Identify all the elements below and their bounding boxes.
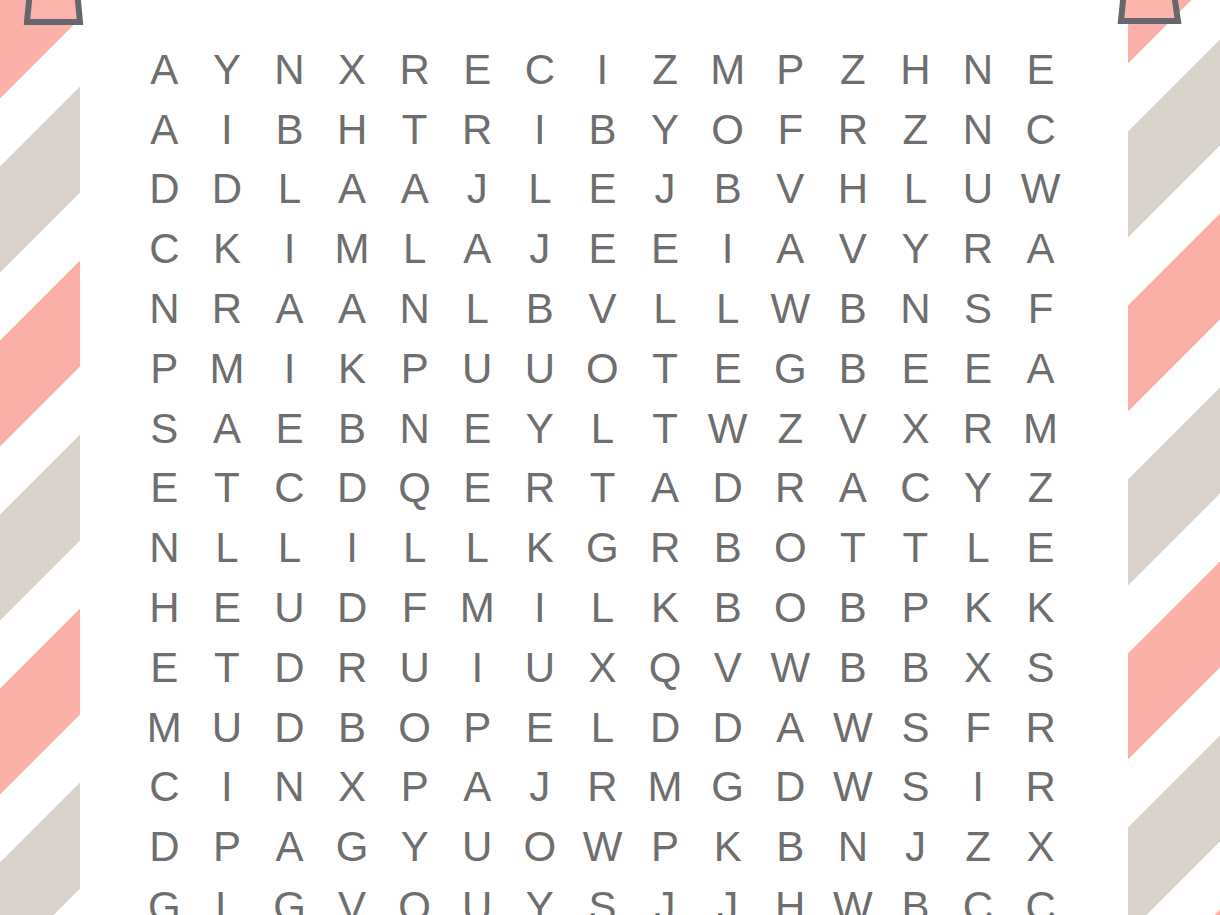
- grid-cell[interactable]: X: [321, 758, 384, 818]
- grid-cell[interactable]: T: [634, 399, 697, 459]
- grid-cell[interactable]: L: [571, 399, 634, 459]
- right-pennant-icon: [1112, 0, 1186, 30]
- grid-cell[interactable]: C: [258, 459, 321, 519]
- grid-cell[interactable]: S: [947, 279, 1010, 339]
- grid-cell[interactable]: D: [133, 160, 196, 220]
- grid-cell[interactable]: K: [196, 219, 259, 279]
- grid-cell[interactable]: N: [947, 40, 1010, 100]
- grid-cell[interactable]: B: [321, 698, 384, 758]
- grid-cell[interactable]: K: [321, 339, 384, 399]
- grid-cell[interactable]: P: [196, 817, 259, 877]
- grid-cell[interactable]: V: [321, 877, 384, 915]
- grid-cell[interactable]: J: [634, 160, 697, 220]
- grid-cell[interactable]: B: [696, 578, 759, 638]
- grid-cell[interactable]: A: [133, 40, 196, 100]
- grid-cell[interactable]: E: [196, 578, 259, 638]
- grid-cell[interactable]: F: [947, 698, 1010, 758]
- grid-cell[interactable]: W: [1009, 160, 1072, 220]
- grid-cell[interactable]: P: [884, 578, 947, 638]
- grid-cell[interactable]: L: [383, 219, 446, 279]
- grid-cell[interactable]: N: [133, 518, 196, 578]
- grid-cell[interactable]: G: [571, 518, 634, 578]
- grid-cell[interactable]: B: [258, 100, 321, 160]
- grid-cell[interactable]: Z: [1009, 459, 1072, 519]
- grid-cell[interactable]: L: [383, 518, 446, 578]
- grid-cell[interactable]: L: [446, 279, 509, 339]
- grid-cell[interactable]: R: [759, 459, 822, 519]
- grid-cell[interactable]: O: [696, 100, 759, 160]
- grid-cell[interactable]: Y: [634, 100, 697, 160]
- grid-cell[interactable]: A: [321, 160, 384, 220]
- grid-cell[interactable]: H: [884, 40, 947, 100]
- grid-cell[interactable]: J: [634, 877, 697, 915]
- grid-cell[interactable]: Y: [196, 40, 259, 100]
- grid-cell[interactable]: Q: [634, 638, 697, 698]
- grid-cell[interactable]: E: [133, 638, 196, 698]
- grid-cell[interactable]: C: [1009, 100, 1072, 160]
- grid-cell[interactable]: U: [258, 578, 321, 638]
- grid-cell[interactable]: A: [759, 219, 822, 279]
- grid-cell[interactable]: R: [383, 40, 446, 100]
- grid-cell[interactable]: I: [509, 578, 572, 638]
- grid-cell[interactable]: G: [321, 817, 384, 877]
- grid-cell[interactable]: Y: [509, 399, 572, 459]
- grid-cell[interactable]: F: [1009, 279, 1072, 339]
- grid-cell[interactable]: D: [258, 638, 321, 698]
- grid-cell[interactable]: L: [571, 698, 634, 758]
- grid-cell[interactable]: E: [509, 698, 572, 758]
- grid-cell[interactable]: H: [133, 578, 196, 638]
- grid-cell[interactable]: U: [509, 339, 572, 399]
- grid-cell[interactable]: S: [884, 698, 947, 758]
- grid-cell[interactable]: M: [133, 698, 196, 758]
- grid-cell[interactable]: A: [1009, 219, 1072, 279]
- grid-cell[interactable]: L: [509, 160, 572, 220]
- grid-cell[interactable]: U: [947, 160, 1010, 220]
- grid-cell[interactable]: B: [571, 100, 634, 160]
- grid-cell[interactable]: W: [759, 279, 822, 339]
- grid-cell[interactable]: K: [634, 578, 697, 638]
- grid-cell[interactable]: B: [822, 578, 885, 638]
- grid-cell[interactable]: I: [696, 219, 759, 279]
- grid-cell[interactable]: A: [196, 399, 259, 459]
- grid-cell[interactable]: I: [321, 518, 384, 578]
- grid-cell[interactable]: X: [321, 40, 384, 100]
- grid-cell[interactable]: L: [571, 578, 634, 638]
- grid-cell[interactable]: R: [196, 279, 259, 339]
- grid-cell[interactable]: G: [133, 877, 196, 915]
- grid-cell[interactable]: D: [133, 817, 196, 877]
- grid-cell[interactable]: E: [696, 339, 759, 399]
- grid-cell[interactable]: E: [634, 219, 697, 279]
- grid-cell[interactable]: V: [759, 160, 822, 220]
- grid-cell[interactable]: O: [383, 698, 446, 758]
- grid-cell[interactable]: J: [509, 219, 572, 279]
- grid-cell[interactable]: N: [822, 817, 885, 877]
- grid-cell[interactable]: C: [884, 459, 947, 519]
- grid-cell[interactable]: B: [822, 279, 885, 339]
- grid-cell[interactable]: P: [383, 339, 446, 399]
- grid-cell[interactable]: N: [258, 40, 321, 100]
- grid-cell[interactable]: R: [446, 100, 509, 160]
- right-stripe-border: [1128, 0, 1220, 915]
- grid-cell[interactable]: D: [321, 578, 384, 638]
- grid-cell[interactable]: L: [884, 160, 947, 220]
- grid-cell[interactable]: O: [571, 339, 634, 399]
- grid-cell[interactable]: Z: [759, 399, 822, 459]
- grid-cell[interactable]: E: [258, 399, 321, 459]
- grid-cell[interactable]: O: [509, 817, 572, 877]
- grid-cell[interactable]: S: [1009, 638, 1072, 698]
- grid-cell[interactable]: S: [884, 758, 947, 818]
- grid-cell[interactable]: C: [1009, 877, 1072, 915]
- grid-cell[interactable]: U: [383, 638, 446, 698]
- left-pennant-icon: [20, 0, 90, 30]
- grid-cell[interactable]: L: [446, 518, 509, 578]
- grid-cell[interactable]: T: [196, 638, 259, 698]
- grid-cell[interactable]: A: [822, 459, 885, 519]
- grid-cell[interactable]: N: [383, 279, 446, 339]
- grid-cell[interactable]: V: [822, 399, 885, 459]
- grid-cell[interactable]: M: [196, 339, 259, 399]
- grid-cell[interactable]: P: [383, 758, 446, 818]
- grid-cell[interactable]: R: [1009, 698, 1072, 758]
- grid-cell[interactable]: A: [1009, 339, 1072, 399]
- grid-cell[interactable]: W: [822, 698, 885, 758]
- grid-cell[interactable]: N: [884, 279, 947, 339]
- grid-cell[interactable]: M: [446, 578, 509, 638]
- grid-cell[interactable]: N: [258, 758, 321, 818]
- grid-cell[interactable]: I: [947, 758, 1010, 818]
- grid-cell[interactable]: A: [446, 758, 509, 818]
- grid-cell[interactable]: A: [446, 219, 509, 279]
- grid-cell[interactable]: E: [884, 339, 947, 399]
- grid-cell[interactable]: B: [509, 279, 572, 339]
- grid-cell[interactable]: N: [947, 100, 1010, 160]
- grid-cell[interactable]: I: [258, 219, 321, 279]
- grid-cell[interactable]: P: [133, 339, 196, 399]
- grid-cell[interactable]: Y: [947, 459, 1010, 519]
- grid-cell[interactable]: V: [696, 638, 759, 698]
- grid-cell[interactable]: Z: [884, 100, 947, 160]
- grid-cell[interactable]: R: [947, 399, 1010, 459]
- grid-cell[interactable]: R: [947, 219, 1010, 279]
- grid-cell[interactable]: F: [383, 578, 446, 638]
- grid-cell[interactable]: P: [446, 698, 509, 758]
- grid-cell[interactable]: L: [196, 518, 259, 578]
- grid-cell[interactable]: T: [634, 339, 697, 399]
- grid-cell[interactable]: G: [759, 339, 822, 399]
- grid-cell[interactable]: H: [822, 160, 885, 220]
- grid-cell[interactable]: I: [571, 40, 634, 100]
- grid-cell[interactable]: J: [884, 817, 947, 877]
- grid-cell[interactable]: U: [446, 877, 509, 915]
- grid-cell[interactable]: J: [696, 877, 759, 915]
- grid-cell[interactable]: D: [696, 459, 759, 519]
- grid-cell[interactable]: E: [571, 160, 634, 220]
- grid-cell[interactable]: E: [446, 399, 509, 459]
- grid-cell[interactable]: K: [696, 817, 759, 877]
- grid-cell[interactable]: G: [258, 877, 321, 915]
- grid-cell[interactable]: T: [822, 518, 885, 578]
- word-search-page: AYNXRECIZMPZHNEAIBHTRIBYOFRZNCDDLAAJLEJB…: [0, 0, 1220, 915]
- grid-cell[interactable]: W: [696, 399, 759, 459]
- grid-cell[interactable]: S: [133, 399, 196, 459]
- grid-cell[interactable]: R: [321, 638, 384, 698]
- grid-cell[interactable]: O: [759, 518, 822, 578]
- grid-cell[interactable]: W: [822, 758, 885, 818]
- grid-cell[interactable]: I: [509, 100, 572, 160]
- grid-cell[interactable]: S: [571, 877, 634, 915]
- grid-cell[interactable]: A: [258, 279, 321, 339]
- grid-cell[interactable]: U: [446, 339, 509, 399]
- grid-cell[interactable]: L: [258, 518, 321, 578]
- grid-cell[interactable]: O: [759, 578, 822, 638]
- grid-cell[interactable]: E: [947, 339, 1010, 399]
- grid-cell[interactable]: Y: [884, 219, 947, 279]
- grid-cell[interactable]: D: [196, 160, 259, 220]
- grid-cell[interactable]: E: [446, 459, 509, 519]
- grid-cell[interactable]: L: [258, 160, 321, 220]
- grid-cell[interactable]: P: [759, 40, 822, 100]
- grid-cell[interactable]: Z: [947, 817, 1010, 877]
- grid-cell[interactable]: C: [509, 40, 572, 100]
- grid-cell[interactable]: I: [196, 100, 259, 160]
- grid-cell[interactable]: M: [1009, 399, 1072, 459]
- grid-cell[interactable]: M: [696, 40, 759, 100]
- grid-cell[interactable]: B: [696, 160, 759, 220]
- grid-cell[interactable]: A: [258, 817, 321, 877]
- grid-cell[interactable]: L: [696, 279, 759, 339]
- grid-cell[interactable]: P: [634, 817, 697, 877]
- grid-cell[interactable]: A: [759, 698, 822, 758]
- grid-cell[interactable]: B: [884, 877, 947, 915]
- grid-cell[interactable]: T: [383, 100, 446, 160]
- grid-cell[interactable]: X: [1009, 817, 1072, 877]
- grid-cell[interactable]: U: [446, 817, 509, 877]
- grid-cell[interactable]: Z: [822, 40, 885, 100]
- grid-cell[interactable]: T: [884, 518, 947, 578]
- grid-cell[interactable]: D: [258, 698, 321, 758]
- grid-cell[interactable]: A: [634, 459, 697, 519]
- grid-cell[interactable]: Y: [509, 877, 572, 915]
- grid-cell[interactable]: W: [822, 877, 885, 915]
- grid-cell[interactable]: W: [571, 817, 634, 877]
- grid-cell[interactable]: L: [634, 279, 697, 339]
- grid-cell[interactable]: B: [884, 638, 947, 698]
- grid-cell[interactable]: T: [571, 459, 634, 519]
- grid-cell[interactable]: D: [634, 698, 697, 758]
- grid-cell[interactable]: B: [822, 638, 885, 698]
- grid-cell[interactable]: M: [321, 219, 384, 279]
- grid-cell[interactable]: C: [133, 219, 196, 279]
- grid-cell[interactable]: E: [446, 40, 509, 100]
- grid-cell[interactable]: W: [759, 638, 822, 698]
- grid-cell[interactable]: U: [196, 698, 259, 758]
- grid-cell[interactable]: L: [196, 877, 259, 915]
- grid-cell[interactable]: A: [133, 100, 196, 160]
- grid-cell[interactable]: R: [1009, 758, 1072, 818]
- grid-cell[interactable]: U: [509, 638, 572, 698]
- grid-cell[interactable]: E: [571, 219, 634, 279]
- grid-cell[interactable]: G: [696, 758, 759, 818]
- grid-cell[interactable]: J: [446, 160, 509, 220]
- grid-cell[interactable]: D: [321, 459, 384, 519]
- grid-cell[interactable]: K: [1009, 578, 1072, 638]
- grid-cell[interactable]: B: [759, 817, 822, 877]
- grid-cell[interactable]: T: [196, 459, 259, 519]
- grid-cell[interactable]: Q: [383, 459, 446, 519]
- grid-cell[interactable]: B: [696, 518, 759, 578]
- grid-cell[interactable]: N: [383, 399, 446, 459]
- grid-cell[interactable]: O: [383, 877, 446, 915]
- grid-cell[interactable]: F: [759, 100, 822, 160]
- grid-cell[interactable]: M: [634, 758, 697, 818]
- grid-cell[interactable]: D: [759, 758, 822, 818]
- grid-cell[interactable]: A: [321, 279, 384, 339]
- word-search-grid: AYNXRECIZMPZHNEAIBHTRIBYOFRZNCDDLAAJLEJB…: [133, 40, 1072, 915]
- grid-cell[interactable]: J: [509, 758, 572, 818]
- grid-cell[interactable]: K: [509, 518, 572, 578]
- grid-cell[interactable]: K: [947, 578, 1010, 638]
- grid-cell[interactable]: I: [446, 638, 509, 698]
- grid-cell[interactable]: C: [947, 877, 1010, 915]
- grid-cell[interactable]: X: [571, 638, 634, 698]
- left-stripe-border: [0, 0, 80, 915]
- grid-cell[interactable]: L: [947, 518, 1010, 578]
- grid-cell[interactable]: I: [196, 758, 259, 818]
- grid-cell[interactable]: R: [509, 459, 572, 519]
- grid-cell[interactable]: H: [759, 877, 822, 915]
- grid-cell[interactable]: Z: [634, 40, 697, 100]
- grid-cell[interactable]: N: [133, 279, 196, 339]
- grid-cell[interactable]: X: [884, 399, 947, 459]
- grid-cell[interactable]: B: [822, 339, 885, 399]
- grid-cell[interactable]: H: [321, 100, 384, 160]
- grid-cell[interactable]: E: [1009, 518, 1072, 578]
- grid-cell[interactable]: Y: [383, 817, 446, 877]
- grid-cell[interactable]: B: [321, 399, 384, 459]
- grid-cell[interactable]: R: [634, 518, 697, 578]
- grid-cell[interactable]: D: [696, 698, 759, 758]
- grid-cell[interactable]: V: [822, 219, 885, 279]
- grid-cell[interactable]: E: [133, 459, 196, 519]
- grid-cell[interactable]: A: [383, 160, 446, 220]
- grid-cell[interactable]: X: [947, 638, 1010, 698]
- grid-cell[interactable]: C: [133, 758, 196, 818]
- grid-cell[interactable]: E: [1009, 40, 1072, 100]
- grid-cell[interactable]: V: [571, 279, 634, 339]
- grid-cell[interactable]: R: [822, 100, 885, 160]
- grid-cell[interactable]: R: [571, 758, 634, 818]
- grid-cell[interactable]: I: [258, 339, 321, 399]
